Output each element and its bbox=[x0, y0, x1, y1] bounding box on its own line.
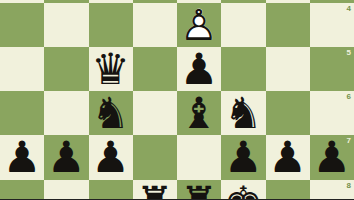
square-e4[interactable] bbox=[133, 3, 177, 47]
black-pawn-f7[interactable]: ♟ bbox=[91, 135, 130, 179]
black-pawn-b7[interactable]: ♟ bbox=[268, 135, 307, 179]
rank-label-4: 4 bbox=[347, 4, 351, 13]
black-bishop-d6[interactable]: ♝ bbox=[180, 91, 219, 135]
black-pawn-g7[interactable]: ♟ bbox=[47, 135, 86, 179]
black-knight-c6[interactable]: ♞ bbox=[224, 91, 263, 135]
square-e8[interactable]: ♜ bbox=[133, 180, 177, 200]
black-pawn-c7[interactable]: ♟ bbox=[224, 135, 263, 179]
square-e7[interactable] bbox=[133, 135, 177, 179]
square-e5[interactable] bbox=[133, 47, 177, 91]
black-pawn-a7[interactable]: ♟ bbox=[313, 135, 352, 179]
square-b8[interactable] bbox=[266, 180, 310, 200]
black-rook-d8[interactable]: ♜ bbox=[180, 180, 219, 200]
square-c4[interactable] bbox=[221, 3, 265, 47]
square-c5[interactable] bbox=[221, 47, 265, 91]
chess-board-viewport: ♟♙4♛♟5♞♝♞6♟♟♟♟♟♟7♜♜♚8 bbox=[0, 0, 354, 199]
chess-board: ♟♙4♛♟5♞♝♞6♟♟♟♟♟♟7♜♜♚8 bbox=[0, 0, 354, 199]
square-c7[interactable]: ♟ bbox=[221, 135, 265, 179]
square-h4[interactable] bbox=[0, 3, 44, 47]
square-f8[interactable] bbox=[89, 180, 133, 200]
rank-label-7: 7 bbox=[347, 136, 351, 145]
black-rook-e8[interactable]: ♜ bbox=[136, 180, 175, 200]
square-g7[interactable]: ♟ bbox=[44, 135, 88, 179]
square-a7[interactable]: ♟7 bbox=[310, 135, 354, 179]
rank-label-8: 8 bbox=[347, 181, 351, 190]
square-f4[interactable] bbox=[89, 3, 133, 47]
rank-label-5: 5 bbox=[347, 48, 351, 57]
square-a8[interactable]: 8 bbox=[310, 180, 354, 200]
square-d5[interactable]: ♟ bbox=[177, 47, 221, 91]
square-d8[interactable]: ♜ bbox=[177, 180, 221, 200]
white-pawn-d4[interactable]: ♟♙ bbox=[178, 3, 221, 47]
black-king-c8[interactable]: ♚ bbox=[224, 180, 263, 200]
square-e6[interactable] bbox=[133, 91, 177, 135]
black-queen-f5[interactable]: ♛ bbox=[91, 47, 130, 91]
black-pawn-h7[interactable]: ♟ bbox=[3, 135, 42, 179]
square-f5[interactable]: ♛ bbox=[89, 47, 133, 91]
square-h5[interactable] bbox=[0, 47, 44, 91]
square-g4[interactable] bbox=[44, 3, 88, 47]
square-d7[interactable] bbox=[177, 135, 221, 179]
square-a5[interactable]: 5 bbox=[310, 47, 354, 91]
black-pawn-d5[interactable]: ♟ bbox=[180, 47, 219, 91]
square-h7[interactable]: ♟ bbox=[0, 135, 44, 179]
square-h8[interactable] bbox=[0, 180, 44, 200]
square-a6[interactable]: 6 bbox=[310, 91, 354, 135]
square-b4[interactable] bbox=[266, 3, 310, 47]
white-pawn-outline: ♙ bbox=[178, 3, 221, 47]
square-h6[interactable] bbox=[0, 91, 44, 135]
square-a4[interactable]: 4 bbox=[310, 3, 354, 47]
square-g5[interactable] bbox=[44, 47, 88, 91]
square-g6[interactable] bbox=[44, 91, 88, 135]
square-f6[interactable]: ♞ bbox=[89, 91, 133, 135]
square-d6[interactable]: ♝ bbox=[177, 91, 221, 135]
square-b5[interactable] bbox=[266, 47, 310, 91]
square-c6[interactable]: ♞ bbox=[221, 91, 265, 135]
square-b7[interactable]: ♟ bbox=[266, 135, 310, 179]
square-c8[interactable]: ♚ bbox=[221, 180, 265, 200]
square-b6[interactable] bbox=[266, 91, 310, 135]
rank-label-6: 6 bbox=[347, 92, 351, 101]
square-d4[interactable]: ♟♙ bbox=[177, 3, 221, 47]
square-f7[interactable]: ♟ bbox=[89, 135, 133, 179]
black-knight-f6[interactable]: ♞ bbox=[91, 91, 130, 135]
square-g8[interactable] bbox=[44, 180, 88, 200]
